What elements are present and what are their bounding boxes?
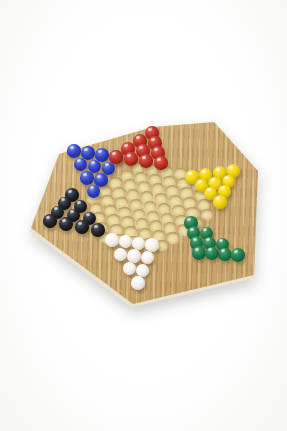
marble-white[interactable] [131, 276, 145, 290]
board-hole[interactable] [130, 199, 143, 210]
board-hole[interactable] [164, 222, 177, 233]
marble-red[interactable] [124, 152, 138, 166]
board-hole[interactable] [112, 187, 125, 198]
board-hole[interactable] [155, 193, 168, 204]
board-hole[interactable] [169, 195, 182, 206]
marble-black[interactable] [75, 220, 89, 234]
chinese-checkers-board [0, 0, 287, 431]
marble-black[interactable] [43, 214, 57, 228]
marble-red[interactable] [139, 154, 153, 168]
marble-white[interactable] [105, 233, 119, 247]
marble-black[interactable] [91, 223, 105, 237]
board-hole[interactable] [127, 189, 140, 200]
board-hole[interactable] [141, 191, 154, 202]
marble-green[interactable] [205, 247, 219, 261]
marble-blue[interactable] [80, 171, 94, 185]
board-hole[interactable] [167, 232, 180, 243]
marble-white[interactable] [145, 238, 159, 252]
marble-green[interactable] [218, 248, 232, 262]
board-hole[interactable] [201, 209, 214, 220]
board-hole[interactable] [152, 183, 165, 194]
board-hole[interactable] [183, 197, 196, 208]
marble-yellow[interactable] [213, 195, 227, 209]
marble-red[interactable] [154, 156, 168, 170]
board-hole[interactable] [115, 197, 128, 208]
marble-green[interactable] [192, 246, 206, 260]
marble-white[interactable] [127, 249, 141, 263]
board-hole[interactable] [198, 199, 211, 210]
board-hole[interactable] [101, 195, 114, 206]
marble-green[interactable] [231, 248, 245, 262]
marble-blue[interactable] [67, 144, 81, 158]
board-hole[interactable] [144, 201, 157, 212]
board-hole[interactable] [158, 203, 171, 214]
marble-black[interactable] [59, 217, 73, 231]
board-hole[interactable] [172, 205, 185, 216]
board-surface [0, 0, 287, 431]
product-photo [0, 0, 287, 431]
